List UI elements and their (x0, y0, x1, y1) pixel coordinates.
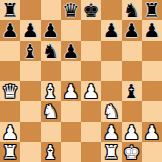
square-a1[interactable]: ♜ (0, 142, 20, 162)
square-g1[interactable]: ♚ (122, 142, 142, 162)
black-knight[interactable]: ♞ (42, 41, 59, 61)
square-e1[interactable] (81, 142, 101, 162)
square-b4[interactable] (20, 81, 40, 101)
square-c8[interactable] (41, 0, 61, 20)
square-a2[interactable]: ♟ (0, 122, 20, 142)
square-c7[interactable]: ♟ (41, 20, 61, 40)
white-pawn[interactable]: ♟ (103, 122, 120, 142)
square-d6[interactable]: ♟ (61, 41, 81, 61)
square-d3[interactable] (61, 101, 81, 121)
square-c4[interactable]: ♝ (41, 81, 61, 101)
square-a3[interactable] (0, 101, 20, 121)
square-h7[interactable]: ♟ (142, 20, 162, 40)
white-pawn[interactable]: ♟ (62, 81, 79, 101)
white-pawn[interactable]: ♟ (2, 122, 19, 142)
square-e3[interactable] (81, 101, 101, 121)
square-b3[interactable] (20, 101, 40, 121)
square-c6[interactable]: ♞ (41, 41, 61, 61)
white-knight[interactable]: ♞ (103, 101, 120, 121)
square-d1[interactable] (61, 142, 81, 162)
black-pawn[interactable]: ♟ (42, 20, 59, 40)
square-d5[interactable] (61, 61, 81, 81)
black-pawn[interactable]: ♟ (103, 20, 120, 40)
square-g2[interactable]: ♟ (122, 122, 142, 142)
black-pawn[interactable]: ♟ (22, 20, 39, 40)
white-pawn[interactable]: ♟ (83, 81, 100, 101)
black-pawn[interactable]: ♟ (62, 41, 79, 61)
square-d4[interactable]: ♟ (61, 81, 81, 101)
square-e7[interactable] (81, 20, 101, 40)
square-d8[interactable]: ♛ (61, 0, 81, 20)
square-d7[interactable] (61, 20, 81, 40)
black-pawn[interactable]: ♟ (123, 20, 140, 40)
square-f4[interactable] (101, 81, 121, 101)
square-h6[interactable] (142, 41, 162, 61)
black-pawn[interactable]: ♟ (2, 20, 19, 40)
white-bishop[interactable]: ♝ (42, 142, 59, 162)
square-e6[interactable] (81, 41, 101, 61)
square-f3[interactable]: ♞ (101, 101, 121, 121)
square-h8[interactable]: ♜ (142, 0, 162, 20)
black-queen[interactable]: ♛ (62, 0, 79, 20)
square-c5[interactable] (41, 61, 61, 81)
square-b5[interactable] (20, 61, 40, 81)
square-g4[interactable]: ♝ (122, 81, 142, 101)
white-queen[interactable]: ♛ (2, 81, 19, 101)
square-a6[interactable] (0, 41, 20, 61)
square-a7[interactable]: ♟ (0, 20, 20, 40)
square-h1[interactable] (142, 142, 162, 162)
white-rook[interactable]: ♜ (2, 142, 19, 162)
square-e4[interactable]: ♟ (81, 81, 101, 101)
square-h2[interactable]: ♟ (142, 122, 162, 142)
square-f2[interactable]: ♟ (101, 122, 121, 142)
square-b7[interactable]: ♟ (20, 20, 40, 40)
square-g5[interactable] (122, 61, 142, 81)
white-bishop[interactable]: ♝ (42, 81, 59, 101)
square-g8[interactable]: ♞ (122, 0, 142, 20)
chess-board: ♜♛♚♞♜♟♟♟♟♟♟♝♞♟♛♝♟♟♝♞♞♟♟♟♟♜♝♜♚ (0, 0, 162, 162)
black-bishop[interactable]: ♝ (22, 41, 39, 61)
square-f1[interactable]: ♜ (101, 142, 121, 162)
square-b6[interactable]: ♝ (20, 41, 40, 61)
square-d2[interactable] (61, 122, 81, 142)
black-bishop[interactable]: ♝ (123, 81, 140, 101)
square-h4[interactable] (142, 81, 162, 101)
square-a8[interactable]: ♜ (0, 0, 20, 20)
square-g6[interactable] (122, 41, 142, 61)
white-knight[interactable]: ♞ (42, 101, 59, 121)
square-e2[interactable] (81, 122, 101, 142)
square-b8[interactable] (20, 0, 40, 20)
black-rook[interactable]: ♜ (2, 0, 19, 20)
white-king[interactable]: ♚ (123, 142, 140, 162)
black-king[interactable]: ♚ (83, 0, 100, 20)
square-c2[interactable] (41, 122, 61, 142)
square-a5[interactable] (0, 61, 20, 81)
white-rook[interactable]: ♜ (103, 142, 120, 162)
square-e8[interactable]: ♚ (81, 0, 101, 20)
square-f5[interactable] (101, 61, 121, 81)
square-f8[interactable] (101, 0, 121, 20)
square-h3[interactable] (142, 101, 162, 121)
square-h5[interactable] (142, 61, 162, 81)
square-a4[interactable]: ♛ (0, 81, 20, 101)
black-rook[interactable]: ♜ (143, 0, 160, 20)
square-f6[interactable] (101, 41, 121, 61)
square-g7[interactable]: ♟ (122, 20, 142, 40)
square-e5[interactable] (81, 61, 101, 81)
white-pawn[interactable]: ♟ (143, 122, 160, 142)
square-c3[interactable]: ♞ (41, 101, 61, 121)
square-f7[interactable]: ♟ (101, 20, 121, 40)
square-g3[interactable] (122, 101, 142, 121)
white-pawn[interactable]: ♟ (123, 122, 140, 142)
square-b2[interactable] (20, 122, 40, 142)
square-c1[interactable]: ♝ (41, 142, 61, 162)
square-b1[interactable] (20, 142, 40, 162)
black-pawn[interactable]: ♟ (143, 20, 160, 40)
black-knight[interactable]: ♞ (123, 0, 140, 20)
